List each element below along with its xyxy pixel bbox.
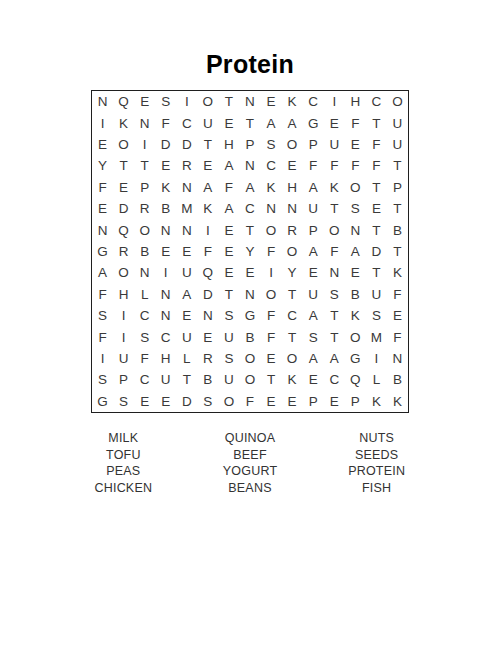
grid-cell: P bbox=[134, 177, 155, 198]
grid-cell: A bbox=[303, 305, 324, 326]
grid-cell: F bbox=[324, 155, 345, 176]
grid-cell: G bbox=[345, 348, 366, 369]
grid-cell: T bbox=[387, 155, 408, 176]
grid-cell: E bbox=[155, 155, 176, 176]
grid-cell: E bbox=[261, 348, 282, 369]
grid-cell: K bbox=[387, 391, 408, 412]
word-list-item: BEANS bbox=[187, 480, 314, 497]
grid-cell: H bbox=[345, 91, 366, 112]
grid-cell: U bbox=[366, 284, 387, 305]
word-list-item: PEAS bbox=[60, 463, 187, 480]
grid-cell: D bbox=[366, 241, 387, 262]
grid-cell: F bbox=[134, 348, 155, 369]
grid-cell: P bbox=[345, 391, 366, 412]
grid-cell: K bbox=[345, 305, 366, 326]
grid-cell: T bbox=[366, 177, 387, 198]
grid-cell: U bbox=[387, 112, 408, 133]
word-list-column-1: MILK TOFU PEAS CHICKEN bbox=[60, 430, 187, 496]
grid-cell: K bbox=[366, 391, 387, 412]
word-list-item: PROTEIN bbox=[313, 463, 440, 480]
word-list-item: QUINOA bbox=[187, 430, 314, 447]
grid-cell: F bbox=[261, 326, 282, 347]
grid-cell: S bbox=[113, 391, 134, 412]
grid-cell: A bbox=[324, 348, 345, 369]
grid-cell: Y bbox=[239, 241, 260, 262]
grid-cell: S bbox=[366, 305, 387, 326]
grid-cell: A bbox=[261, 112, 282, 133]
grid-cell: T bbox=[324, 198, 345, 219]
grid-cell: E bbox=[218, 112, 239, 133]
grid-cell: E bbox=[239, 262, 260, 283]
grid-cell: Y bbox=[92, 155, 113, 176]
grid-cell: F bbox=[197, 241, 218, 262]
grid-cell: H bbox=[155, 348, 176, 369]
grid-cell: C bbox=[303, 91, 324, 112]
grid-cell: T bbox=[366, 262, 387, 283]
grid-cell: E bbox=[134, 91, 155, 112]
grid-cell: T bbox=[282, 326, 303, 347]
grid-cell: H bbox=[218, 134, 239, 155]
grid-cell: A bbox=[218, 198, 239, 219]
grid-cell: T bbox=[197, 134, 218, 155]
grid-cell: K bbox=[282, 369, 303, 390]
grid-cell: A bbox=[345, 241, 366, 262]
grid-cell: S bbox=[261, 134, 282, 155]
grid-cell: F bbox=[345, 112, 366, 133]
grid-cell: P bbox=[303, 391, 324, 412]
grid-cell: O bbox=[345, 177, 366, 198]
grid-cell: O bbox=[324, 219, 345, 240]
grid-cell: F bbox=[261, 305, 282, 326]
grid-cell: C bbox=[366, 91, 387, 112]
grid-cell: N bbox=[387, 348, 408, 369]
grid-cell: U bbox=[176, 262, 197, 283]
grid-cell: S bbox=[218, 348, 239, 369]
grid-cell: C bbox=[239, 198, 260, 219]
grid-cell: S bbox=[324, 284, 345, 305]
grid-cell: I bbox=[176, 91, 197, 112]
grid-cell: F bbox=[366, 155, 387, 176]
grid-cell: G bbox=[239, 305, 260, 326]
grid-cell: R bbox=[176, 155, 197, 176]
grid-cell: O bbox=[134, 219, 155, 240]
grid-cell: B bbox=[155, 198, 176, 219]
grid-cell: E bbox=[92, 134, 113, 155]
grid-cell: C bbox=[155, 326, 176, 347]
grid-cell: N bbox=[324, 262, 345, 283]
grid-cell: E bbox=[218, 219, 239, 240]
grid-cell: Q bbox=[345, 369, 366, 390]
grid-cell: E bbox=[387, 305, 408, 326]
grid-cell: O bbox=[197, 91, 218, 112]
grid-cell: O bbox=[261, 284, 282, 305]
grid-cell: R bbox=[197, 348, 218, 369]
grid-cell: C bbox=[134, 369, 155, 390]
grid-cell: I bbox=[366, 348, 387, 369]
grid-cell: E bbox=[324, 112, 345, 133]
grid-cell: C bbox=[134, 305, 155, 326]
grid-cell: B bbox=[345, 284, 366, 305]
grid-cell: E bbox=[197, 155, 218, 176]
grid-cell: F bbox=[366, 134, 387, 155]
grid-cell: O bbox=[387, 91, 408, 112]
grid-cell: L bbox=[366, 369, 387, 390]
grid-cell: F bbox=[261, 241, 282, 262]
grid-cell: U bbox=[303, 198, 324, 219]
grid-cell: E bbox=[92, 198, 113, 219]
grid-cell: E bbox=[218, 241, 239, 262]
grid-cell: I bbox=[113, 326, 134, 347]
grid-cell: H bbox=[282, 177, 303, 198]
grid-cell: A bbox=[239, 177, 260, 198]
grid-cell: A bbox=[197, 177, 218, 198]
grid-cell: T bbox=[366, 219, 387, 240]
grid-cell: E bbox=[218, 262, 239, 283]
grid-cell: E bbox=[261, 91, 282, 112]
grid-cell: F bbox=[387, 326, 408, 347]
grid-cell: U bbox=[197, 112, 218, 133]
grid-cell: O bbox=[218, 391, 239, 412]
grid-cell: U bbox=[113, 348, 134, 369]
grid-cell: O bbox=[113, 134, 134, 155]
word-list-item: FISH bbox=[313, 480, 440, 497]
grid-cell: T bbox=[387, 241, 408, 262]
grid-cell: I bbox=[261, 262, 282, 283]
word-list-item: NUTS bbox=[313, 430, 440, 447]
grid-cell: B bbox=[387, 219, 408, 240]
grid-cell: S bbox=[218, 305, 239, 326]
grid-cell: A bbox=[92, 262, 113, 283]
grid-cell: F bbox=[92, 177, 113, 198]
grid-cell: E bbox=[366, 198, 387, 219]
grid-cell: R bbox=[134, 198, 155, 219]
grid-cell: F bbox=[218, 177, 239, 198]
grid-cell: N bbox=[345, 219, 366, 240]
grid-cell: G bbox=[92, 391, 113, 412]
grid-cell: E bbox=[155, 391, 176, 412]
grid-cell: T bbox=[387, 198, 408, 219]
grid-cell: N bbox=[155, 219, 176, 240]
grid-cell: O bbox=[113, 262, 134, 283]
grid-cell: S bbox=[155, 91, 176, 112]
grid-cell: G bbox=[92, 241, 113, 262]
grid-cell: C bbox=[324, 369, 345, 390]
grid-cell: T bbox=[366, 112, 387, 133]
grid-cell: A bbox=[218, 155, 239, 176]
grid-cell: Q bbox=[113, 91, 134, 112]
grid-cell: N bbox=[155, 305, 176, 326]
grid-cell: O bbox=[345, 326, 366, 347]
grid-cell: T bbox=[218, 284, 239, 305]
grid-cell: S bbox=[134, 326, 155, 347]
grid-cell: S bbox=[345, 198, 366, 219]
grid-cell: U bbox=[324, 134, 345, 155]
grid-cell: E bbox=[282, 391, 303, 412]
grid-cell: F bbox=[303, 155, 324, 176]
grid-cell: O bbox=[282, 241, 303, 262]
grid-cell: N bbox=[134, 262, 155, 283]
grid-cell: B bbox=[134, 241, 155, 262]
grid-cell: F bbox=[345, 155, 366, 176]
word-list-item: MILK bbox=[60, 430, 187, 447]
grid-cell: E bbox=[282, 155, 303, 176]
grid-cell: S bbox=[197, 391, 218, 412]
grid-cell: N bbox=[176, 219, 197, 240]
word-list-item: CHICKEN bbox=[60, 480, 187, 497]
grid-cell: B bbox=[239, 326, 260, 347]
grid-cell: T bbox=[218, 91, 239, 112]
grid-cell: S bbox=[92, 305, 113, 326]
grid-cell: N bbox=[239, 91, 260, 112]
grid-cell: K bbox=[387, 262, 408, 283]
grid-cell: P bbox=[303, 134, 324, 155]
grid-cell: L bbox=[176, 348, 197, 369]
grid-cell: I bbox=[197, 219, 218, 240]
grid-cell: S bbox=[92, 369, 113, 390]
grid-cell: E bbox=[197, 326, 218, 347]
grid-cell: N bbox=[282, 198, 303, 219]
grid-cell: Q bbox=[197, 262, 218, 283]
grid-cell: K bbox=[113, 112, 134, 133]
grid-cell: F bbox=[92, 326, 113, 347]
grid-cell: U bbox=[218, 326, 239, 347]
grid-cell: I bbox=[92, 112, 113, 133]
grid-cell: T bbox=[324, 326, 345, 347]
grid-cell: U bbox=[176, 326, 197, 347]
grid-cell: T bbox=[113, 155, 134, 176]
grid-cell: I bbox=[155, 262, 176, 283]
grid-cell: U bbox=[155, 369, 176, 390]
grid-cell: P bbox=[113, 369, 134, 390]
grid-cell: E bbox=[303, 369, 324, 390]
grid-cell: B bbox=[387, 369, 408, 390]
grid-cell: O bbox=[261, 219, 282, 240]
grid-cell: E bbox=[113, 177, 134, 198]
grid-cell: O bbox=[282, 134, 303, 155]
grid-cell: O bbox=[282, 348, 303, 369]
grid-cell: I bbox=[324, 91, 345, 112]
grid-cell: M bbox=[366, 326, 387, 347]
grid-cell: C bbox=[261, 155, 282, 176]
grid-cell: D bbox=[176, 391, 197, 412]
grid-cell: I bbox=[134, 134, 155, 155]
grid-cell: D bbox=[155, 134, 176, 155]
grid-cell: A bbox=[303, 177, 324, 198]
grid-cell: F bbox=[155, 112, 176, 133]
grid-cell: R bbox=[282, 219, 303, 240]
word-list-item: YOGURT bbox=[187, 463, 314, 480]
grid-cell: T bbox=[134, 155, 155, 176]
grid-cell: E bbox=[134, 391, 155, 412]
grid-cell: U bbox=[218, 369, 239, 390]
grid-cell: I bbox=[113, 305, 134, 326]
grid-cell: O bbox=[239, 348, 260, 369]
grid-cell: R bbox=[113, 241, 134, 262]
grid-cell: N bbox=[239, 155, 260, 176]
grid-cell: Q bbox=[113, 219, 134, 240]
grid-cell: A bbox=[282, 112, 303, 133]
word-search-grid: NQESIOTNEKCIHCOIKNFCUETAAGEFTUEOIDDTHPSO… bbox=[91, 90, 409, 413]
grid-cell: U bbox=[303, 284, 324, 305]
grid-cell: T bbox=[282, 284, 303, 305]
grid-cell: K bbox=[261, 177, 282, 198]
grid-cell: H bbox=[113, 284, 134, 305]
word-list-item: TOFU bbox=[60, 447, 187, 464]
word-list-item: BEEF bbox=[187, 447, 314, 464]
grid-cell: L bbox=[134, 284, 155, 305]
grid-cell: N bbox=[92, 91, 113, 112]
grid-cell: T bbox=[176, 369, 197, 390]
grid-cell: F bbox=[387, 284, 408, 305]
grid-cell: A bbox=[303, 241, 324, 262]
grid-cell: N bbox=[92, 219, 113, 240]
word-list-item: SEEDS bbox=[313, 447, 440, 464]
grid-cell: E bbox=[176, 241, 197, 262]
grid-cell: N bbox=[176, 177, 197, 198]
grid-cell: F bbox=[239, 391, 260, 412]
grid-cell: O bbox=[239, 369, 260, 390]
grid-cell: U bbox=[387, 134, 408, 155]
grid-cell: G bbox=[303, 112, 324, 133]
grid-cell: E bbox=[345, 262, 366, 283]
grid-cell: M bbox=[176, 198, 197, 219]
grid-cell: E bbox=[261, 391, 282, 412]
page-title: Protein bbox=[0, 50, 500, 79]
grid-cell: D bbox=[197, 284, 218, 305]
grid-cell: S bbox=[303, 326, 324, 347]
grid-cell: N bbox=[261, 198, 282, 219]
grid-cell: E bbox=[303, 262, 324, 283]
grid-cell: K bbox=[282, 91, 303, 112]
grid-cell: N bbox=[155, 284, 176, 305]
grid-cell: K bbox=[197, 198, 218, 219]
grid-cell: P bbox=[303, 219, 324, 240]
grid-cell: I bbox=[92, 348, 113, 369]
grid-cell: E bbox=[345, 134, 366, 155]
grid-cell: D bbox=[113, 198, 134, 219]
word-list-column-2: QUINOA BEEF YOGURT BEANS bbox=[187, 430, 314, 496]
grid-cell: C bbox=[282, 305, 303, 326]
grid-cell: A bbox=[176, 284, 197, 305]
grid-cell: F bbox=[324, 241, 345, 262]
grid-cell: A bbox=[303, 348, 324, 369]
word-list: MILK TOFU PEAS CHICKEN QUINOA BEEF YOGUR… bbox=[60, 430, 440, 496]
grid-cell: E bbox=[155, 241, 176, 262]
grid-cell: P bbox=[387, 177, 408, 198]
grid-cell: N bbox=[197, 305, 218, 326]
grid-cell: F bbox=[92, 284, 113, 305]
grid-cell: Y bbox=[282, 262, 303, 283]
grid-cell: N bbox=[239, 284, 260, 305]
grid-cell: T bbox=[324, 305, 345, 326]
grid-cell: K bbox=[155, 177, 176, 198]
grid-cell: K bbox=[324, 177, 345, 198]
grid-cell: C bbox=[176, 112, 197, 133]
grid-cell: B bbox=[197, 369, 218, 390]
grid-cell: P bbox=[239, 134, 260, 155]
grid-cell: E bbox=[176, 305, 197, 326]
grid-cell: E bbox=[324, 391, 345, 412]
grid-cell: T bbox=[239, 219, 260, 240]
grid-cell: N bbox=[134, 112, 155, 133]
grid-cell: T bbox=[239, 112, 260, 133]
grid-cell: T bbox=[261, 369, 282, 390]
word-list-column-3: NUTS SEEDS PROTEIN FISH bbox=[313, 430, 440, 496]
grid-cell: D bbox=[176, 134, 197, 155]
